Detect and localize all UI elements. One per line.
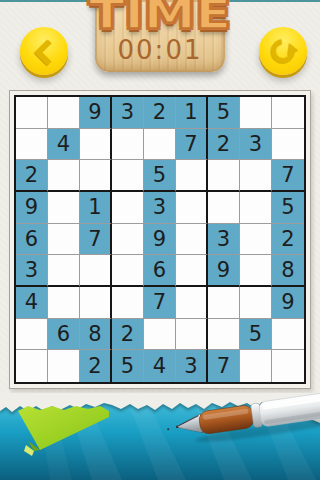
cell-r5c9: 2 [272,224,304,256]
cell-r1c5: 2 [144,97,176,129]
cell-r3c3[interactable] [80,160,112,192]
cell-r7c1: 4 [16,287,48,319]
cell-r1c9[interactable] [272,97,304,129]
cell-r4c5: 3 [144,192,176,224]
cell-r8c1[interactable] [16,319,48,351]
cell-r4c1: 9 [16,192,48,224]
cell-r5c2[interactable] [48,224,80,256]
cell-r5c8[interactable] [240,224,272,256]
cell-r6c7: 9 [208,255,240,287]
cell-r2c5[interactable] [144,129,176,161]
cell-r3c4[interactable] [112,160,144,192]
time-title: TIME [89,0,231,37]
cell-r1c1[interactable] [16,97,48,129]
cell-r1c4: 3 [112,97,144,129]
cell-r2c7: 2 [208,129,240,161]
cell-r2c1[interactable] [16,129,48,161]
cell-r3c7[interactable] [208,160,240,192]
cell-r6c2[interactable] [48,255,80,287]
sudoku-grid: 9321547232579135679323698479682525437 [14,95,306,384]
back-button[interactable] [20,27,68,75]
cell-r4c7[interactable] [208,192,240,224]
cell-r8c5[interactable] [144,319,176,351]
cell-r3c1: 2 [16,160,48,192]
cell-r2c2: 4 [48,129,80,161]
cell-r8c8: 5 [240,319,272,351]
cell-r7c2[interactable] [48,287,80,319]
cell-r5c3: 7 [80,224,112,256]
cell-r9c4: 5 [112,350,144,382]
cell-r6c3[interactable] [80,255,112,287]
cell-r5c4[interactable] [112,224,144,256]
cell-r1c6: 1 [176,97,208,129]
cell-r9c9[interactable] [272,350,304,382]
cell-r5c6[interactable] [176,224,208,256]
cell-r9c3: 2 [80,350,112,382]
cell-r6c1: 3 [16,255,48,287]
cell-r7c7[interactable] [208,287,240,319]
torn-paper-decoration [0,393,320,480]
refresh-icon [266,34,300,68]
restart-button[interactable] [259,27,307,75]
timer-display: 00:01 [95,35,225,65]
cell-r7c8[interactable] [240,287,272,319]
cell-r7c4[interactable] [112,287,144,319]
cell-r7c6[interactable] [176,287,208,319]
cell-r7c5: 7 [144,287,176,319]
cell-r8c3: 8 [80,319,112,351]
cell-r6c5: 6 [144,255,176,287]
cell-r9c1[interactable] [16,350,48,382]
cell-r4c9: 5 [272,192,304,224]
cell-r1c3: 9 [80,97,112,129]
cell-r8c4: 2 [112,319,144,351]
cell-r4c3: 1 [80,192,112,224]
cell-r8c2: 6 [48,319,80,351]
cell-r1c7: 5 [208,97,240,129]
sudoku-board-frame: 9321547232579135679323698479682525437 [9,90,311,389]
cell-r2c6: 7 [176,129,208,161]
cell-r1c8[interactable] [240,97,272,129]
cell-r3c5: 5 [144,160,176,192]
cell-r2c9[interactable] [272,129,304,161]
cell-r3c9: 7 [272,160,304,192]
cell-r8c9[interactable] [272,319,304,351]
cell-r1c2[interactable] [48,97,80,129]
cell-r3c8[interactable] [240,160,272,192]
cell-r5c1: 6 [16,224,48,256]
cell-r4c8[interactable] [240,192,272,224]
cell-r5c7: 3 [208,224,240,256]
cell-r9c6: 3 [176,350,208,382]
cell-r9c5: 4 [144,350,176,382]
cell-r5c5: 9 [144,224,176,256]
chevron-left-icon [34,39,61,66]
cell-r4c6[interactable] [176,192,208,224]
cell-r7c9: 9 [272,287,304,319]
cell-r6c4[interactable] [112,255,144,287]
cell-r2c3[interactable] [80,129,112,161]
cell-r6c9: 8 [272,255,304,287]
cell-r8c7[interactable] [208,319,240,351]
cell-r3c2[interactable] [48,160,80,192]
cell-r7c3[interactable] [80,287,112,319]
cell-r9c8[interactable] [240,350,272,382]
cell-r8c6[interactable] [176,319,208,351]
cell-r9c2[interactable] [48,350,80,382]
cell-r2c4[interactable] [112,129,144,161]
cell-r2c8: 3 [240,129,272,161]
cell-r9c7: 7 [208,350,240,382]
cell-r4c2[interactable] [48,192,80,224]
cell-r3c6[interactable] [176,160,208,192]
cell-r6c8[interactable] [240,255,272,287]
cell-r4c4[interactable] [112,192,144,224]
cell-r6c6[interactable] [176,255,208,287]
